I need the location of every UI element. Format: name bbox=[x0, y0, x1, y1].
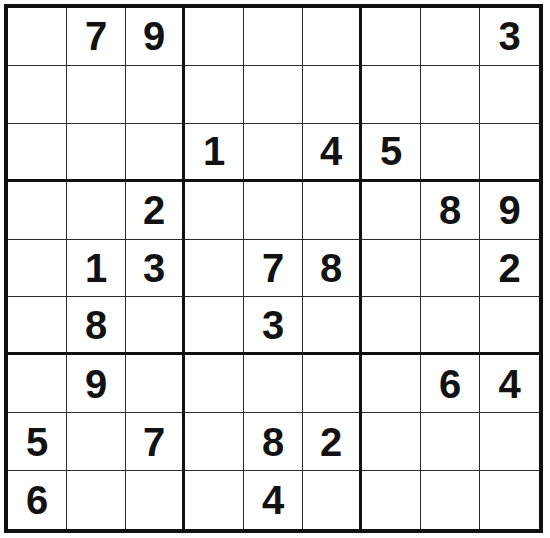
cell-r3c1[interactable] bbox=[8, 124, 67, 182]
cell-r2c4[interactable] bbox=[185, 66, 244, 124]
cell-r3c4[interactable]: 1 bbox=[185, 124, 244, 182]
sudoku-puzzle: 7931452891378283964578264 bbox=[0, 0, 550, 538]
cell-r3c9[interactable] bbox=[480, 124, 539, 182]
cell-r9c1[interactable]: 6 bbox=[8, 471, 67, 529]
cell-r6c4[interactable] bbox=[185, 297, 244, 355]
cell-r7c7[interactable] bbox=[362, 355, 421, 413]
cell-r8c9[interactable] bbox=[480, 413, 539, 471]
cell-r2c8[interactable] bbox=[421, 66, 480, 124]
cell-r1c4[interactable] bbox=[185, 8, 244, 66]
cell-r1c6[interactable] bbox=[303, 8, 362, 66]
cell-r9c5[interactable]: 4 bbox=[244, 471, 303, 529]
cell-r5c5[interactable]: 7 bbox=[244, 240, 303, 298]
cell-r6c8[interactable] bbox=[421, 297, 480, 355]
cell-r5c4[interactable] bbox=[185, 240, 244, 298]
cell-r9c7[interactable] bbox=[362, 471, 421, 529]
cell-r7c2[interactable]: 9 bbox=[67, 355, 126, 413]
cell-r1c2[interactable]: 7 bbox=[67, 8, 126, 66]
cell-r5c2[interactable]: 1 bbox=[67, 240, 126, 298]
cell-r5c3[interactable]: 3 bbox=[126, 240, 185, 298]
cell-r4c2[interactable] bbox=[67, 182, 126, 240]
cell-r3c6[interactable]: 4 bbox=[303, 124, 362, 182]
cell-r5c8[interactable] bbox=[421, 240, 480, 298]
cell-r3c8[interactable] bbox=[421, 124, 480, 182]
cell-r4c1[interactable] bbox=[8, 182, 67, 240]
cell-r7c4[interactable] bbox=[185, 355, 244, 413]
cell-r9c3[interactable] bbox=[126, 471, 185, 529]
cell-r9c6[interactable] bbox=[303, 471, 362, 529]
cell-r6c5[interactable]: 3 bbox=[244, 297, 303, 355]
cell-r1c1[interactable] bbox=[8, 8, 67, 66]
cell-r6c9[interactable] bbox=[480, 297, 539, 355]
cell-r1c5[interactable] bbox=[244, 8, 303, 66]
cell-r5c9[interactable]: 2 bbox=[480, 240, 539, 298]
cell-r9c8[interactable] bbox=[421, 471, 480, 529]
cell-r9c4[interactable] bbox=[185, 471, 244, 529]
cell-r2c2[interactable] bbox=[67, 66, 126, 124]
cell-r4c9[interactable]: 9 bbox=[480, 182, 539, 240]
cell-r7c5[interactable] bbox=[244, 355, 303, 413]
cell-r4c8[interactable]: 8 bbox=[421, 182, 480, 240]
cell-r4c6[interactable] bbox=[303, 182, 362, 240]
cell-r7c1[interactable] bbox=[8, 355, 67, 413]
cell-r8c4[interactable] bbox=[185, 413, 244, 471]
cell-r1c9[interactable]: 3 bbox=[480, 8, 539, 66]
cell-r1c7[interactable] bbox=[362, 8, 421, 66]
cell-r4c4[interactable] bbox=[185, 182, 244, 240]
cell-r1c8[interactable] bbox=[421, 8, 480, 66]
cell-r3c2[interactable] bbox=[67, 124, 126, 182]
cell-r4c3[interactable]: 2 bbox=[126, 182, 185, 240]
cell-r7c9[interactable]: 4 bbox=[480, 355, 539, 413]
cell-r3c3[interactable] bbox=[126, 124, 185, 182]
cell-r4c5[interactable] bbox=[244, 182, 303, 240]
cell-r6c3[interactable] bbox=[126, 297, 185, 355]
cell-r4c7[interactable] bbox=[362, 182, 421, 240]
cell-r6c7[interactable] bbox=[362, 297, 421, 355]
cell-r5c1[interactable] bbox=[8, 240, 67, 298]
sudoku-board: 7931452891378283964578264 bbox=[4, 4, 543, 533]
cell-r8c6[interactable]: 2 bbox=[303, 413, 362, 471]
cell-r6c1[interactable] bbox=[8, 297, 67, 355]
cell-r2c1[interactable] bbox=[8, 66, 67, 124]
cell-r2c6[interactable] bbox=[303, 66, 362, 124]
cell-r1c3[interactable]: 9 bbox=[126, 8, 185, 66]
cell-r2c3[interactable] bbox=[126, 66, 185, 124]
cell-r2c9[interactable] bbox=[480, 66, 539, 124]
cell-r3c7[interactable]: 5 bbox=[362, 124, 421, 182]
cell-r8c5[interactable]: 8 bbox=[244, 413, 303, 471]
cell-r7c6[interactable] bbox=[303, 355, 362, 413]
cell-r9c2[interactable] bbox=[67, 471, 126, 529]
cell-r8c8[interactable] bbox=[421, 413, 480, 471]
cell-r2c5[interactable] bbox=[244, 66, 303, 124]
cell-r7c8[interactable]: 6 bbox=[421, 355, 480, 413]
cell-r8c3[interactable]: 7 bbox=[126, 413, 185, 471]
cell-r6c2[interactable]: 8 bbox=[67, 297, 126, 355]
cell-r7c3[interactable] bbox=[126, 355, 185, 413]
cell-r5c6[interactable]: 8 bbox=[303, 240, 362, 298]
cell-r3c5[interactable] bbox=[244, 124, 303, 182]
cell-r6c6[interactable] bbox=[303, 297, 362, 355]
cell-r5c7[interactable] bbox=[362, 240, 421, 298]
cell-r8c7[interactable] bbox=[362, 413, 421, 471]
cell-r8c2[interactable] bbox=[67, 413, 126, 471]
cell-r2c7[interactable] bbox=[362, 66, 421, 124]
cell-r9c9[interactable] bbox=[480, 471, 539, 529]
cell-r8c1[interactable]: 5 bbox=[8, 413, 67, 471]
